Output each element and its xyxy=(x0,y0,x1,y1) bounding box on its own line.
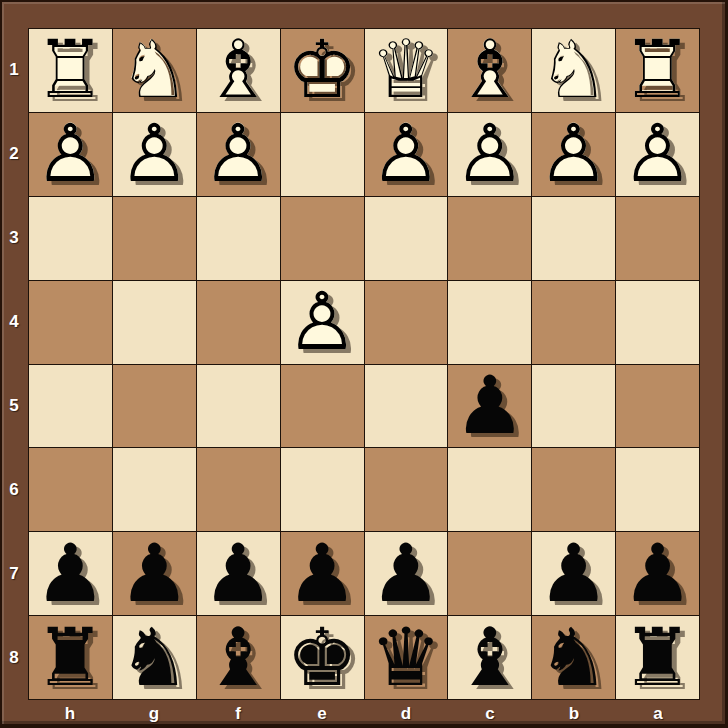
square-e3[interactable] xyxy=(281,197,364,280)
piece-shadow: ♟ xyxy=(453,369,536,452)
piece-white-knight[interactable]: ♞♞♘ xyxy=(113,29,196,112)
piece-white-bishop[interactable]: ♝♝♗ xyxy=(448,29,531,112)
piece-shadow: ♛ xyxy=(370,620,453,703)
square-g8[interactable]: ♞♞ xyxy=(113,616,196,699)
piece-outline: ♙ xyxy=(29,113,112,196)
square-f2[interactable]: ♟♟♙ xyxy=(197,113,280,196)
piece-black-pawn[interactable]: ♟♟ xyxy=(197,532,280,615)
square-a8[interactable]: ♜♜ xyxy=(616,616,699,699)
piece-fill: ♟ xyxy=(197,532,280,615)
piece-shadow: ♝ xyxy=(202,33,285,116)
piece-fill: ♟ xyxy=(532,532,615,615)
piece-outline: ♙ xyxy=(197,113,280,196)
piece-shadow: ♟ xyxy=(202,117,285,200)
piece-fill: ♟ xyxy=(197,113,280,196)
piece-fill: ♟ xyxy=(448,113,531,196)
piece-white-queen[interactable]: ♛♛♕ xyxy=(365,29,448,112)
piece-shadow: ♝ xyxy=(202,620,285,703)
square-c1[interactable]: ♝♝♗ xyxy=(448,29,531,112)
piece-black-bishop[interactable]: ♝♝ xyxy=(197,616,280,699)
piece-fill: ♟ xyxy=(113,532,196,615)
piece-black-queen[interactable]: ♛♛ xyxy=(365,616,448,699)
rank-label-2: 2 xyxy=(0,112,28,196)
piece-shadow: ♟ xyxy=(34,117,117,200)
piece-fill: ♟ xyxy=(532,113,615,196)
piece-fill: ♞ xyxy=(113,616,196,699)
piece-white-rook[interactable]: ♜♜♖ xyxy=(616,29,699,112)
square-b5[interactable] xyxy=(532,365,615,448)
piece-shadow: ♟ xyxy=(537,536,620,619)
piece-outline: ♔ xyxy=(281,29,364,112)
square-g3[interactable] xyxy=(113,197,196,280)
square-f4[interactable] xyxy=(197,281,280,364)
piece-white-pawn[interactable]: ♟♟♙ xyxy=(448,113,531,196)
square-h2[interactable]: ♟♟♙ xyxy=(29,113,112,196)
file-labels: hgfedcba xyxy=(28,700,700,728)
piece-shadow: ♜ xyxy=(34,620,117,703)
file-label-e: e xyxy=(280,700,364,728)
piece-fill: ♚ xyxy=(281,29,364,112)
piece-black-pawn[interactable]: ♟♟ xyxy=(281,532,364,615)
piece-white-pawn[interactable]: ♟♟♙ xyxy=(365,113,448,196)
square-c8[interactable]: ♝♝ xyxy=(448,616,531,699)
piece-shadow: ♝ xyxy=(453,620,536,703)
square-c2[interactable]: ♟♟♙ xyxy=(448,113,531,196)
square-e1[interactable]: ♚♚♔ xyxy=(281,29,364,112)
rank-label-1: 1 xyxy=(0,28,28,112)
square-f8[interactable]: ♝♝ xyxy=(197,616,280,699)
piece-shadow: ♟ xyxy=(537,117,620,200)
square-f6[interactable] xyxy=(197,448,280,531)
piece-black-pawn[interactable]: ♟♟ xyxy=(616,532,699,615)
square-h1[interactable]: ♜♜♖ xyxy=(29,29,112,112)
piece-shadow: ♟ xyxy=(286,536,369,619)
piece-fill: ♞ xyxy=(113,29,196,112)
piece-fill: ♟ xyxy=(113,113,196,196)
square-h4[interactable] xyxy=(29,281,112,364)
square-h7[interactable]: ♟♟ xyxy=(29,532,112,615)
square-d7[interactable]: ♟♟ xyxy=(365,532,448,615)
piece-white-knight[interactable]: ♞♞♘ xyxy=(532,29,615,112)
piece-shadow: ♜ xyxy=(621,33,704,116)
piece-fill: ♝ xyxy=(448,29,531,112)
piece-shadow: ♞ xyxy=(537,620,620,703)
square-a5[interactable] xyxy=(616,365,699,448)
square-g6[interactable] xyxy=(113,448,196,531)
square-d2[interactable]: ♟♟♙ xyxy=(365,113,448,196)
piece-fill: ♝ xyxy=(197,29,280,112)
piece-white-pawn[interactable]: ♟♟♙ xyxy=(29,113,112,196)
square-e4[interactable]: ♟♟♙ xyxy=(281,281,364,364)
piece-outline: ♙ xyxy=(281,281,364,364)
square-f3[interactable] xyxy=(197,197,280,280)
piece-shadow: ♟ xyxy=(370,536,453,619)
square-e2[interactable] xyxy=(281,113,364,196)
piece-white-bishop[interactable]: ♝♝♗ xyxy=(197,29,280,112)
piece-shadow: ♛ xyxy=(370,33,453,116)
piece-black-pawn[interactable]: ♟♟ xyxy=(365,532,448,615)
piece-black-pawn[interactable]: ♟♟ xyxy=(29,532,112,615)
square-a2[interactable]: ♟♟♙ xyxy=(616,113,699,196)
rank-label-3: 3 xyxy=(0,196,28,280)
square-g1[interactable]: ♞♞♘ xyxy=(113,29,196,112)
square-h6[interactable] xyxy=(29,448,112,531)
square-c7[interactable] xyxy=(448,532,531,615)
piece-outline: ♖ xyxy=(616,29,699,112)
square-f5[interactable] xyxy=(197,365,280,448)
rank-label-7: 7 xyxy=(0,532,28,616)
piece-outline: ♗ xyxy=(448,29,531,112)
piece-white-pawn[interactable]: ♟♟♙ xyxy=(113,113,196,196)
piece-shadow: ♟ xyxy=(453,117,536,200)
square-a3[interactable] xyxy=(616,197,699,280)
piece-shadow: ♝ xyxy=(453,33,536,116)
square-b2[interactable]: ♟♟♙ xyxy=(532,113,615,196)
piece-outline: ♙ xyxy=(113,113,196,196)
square-e6[interactable] xyxy=(281,448,364,531)
piece-fill: ♟ xyxy=(365,113,448,196)
square-d6[interactable] xyxy=(365,448,448,531)
square-c3[interactable] xyxy=(448,197,531,280)
square-b8[interactable]: ♞♞ xyxy=(532,616,615,699)
square-g7[interactable]: ♟♟ xyxy=(113,532,196,615)
square-a1[interactable]: ♜♜♖ xyxy=(616,29,699,112)
square-f7[interactable]: ♟♟ xyxy=(197,532,280,615)
piece-outline: ♘ xyxy=(113,29,196,112)
piece-fill: ♟ xyxy=(616,113,699,196)
square-h3[interactable] xyxy=(29,197,112,280)
piece-white-king[interactable]: ♚♚♔ xyxy=(281,29,364,112)
square-c5[interactable]: ♟♟ xyxy=(448,365,531,448)
piece-fill: ♜ xyxy=(616,616,699,699)
piece-outline: ♕ xyxy=(365,29,448,112)
piece-fill: ♟ xyxy=(29,113,112,196)
piece-shadow: ♟ xyxy=(118,536,201,619)
piece-black-king[interactable]: ♚♚ xyxy=(281,616,364,699)
file-label-b: b xyxy=(532,700,616,728)
piece-white-rook[interactable]: ♜♜♖ xyxy=(29,29,112,112)
piece-shadow: ♟ xyxy=(286,285,369,368)
square-b4[interactable] xyxy=(532,281,615,364)
piece-shadow: ♞ xyxy=(118,33,201,116)
piece-fill: ♟ xyxy=(616,532,699,615)
piece-fill: ♛ xyxy=(365,616,448,699)
piece-shadow: ♚ xyxy=(286,33,369,116)
piece-fill: ♝ xyxy=(197,616,280,699)
piece-outline: ♙ xyxy=(616,113,699,196)
file-label-f: f xyxy=(196,700,280,728)
piece-fill: ♚ xyxy=(281,616,364,699)
piece-black-pawn[interactable]: ♟♟ xyxy=(448,365,531,448)
piece-shadow: ♟ xyxy=(621,536,704,619)
rank-label-8: 8 xyxy=(0,616,28,700)
square-d4[interactable] xyxy=(365,281,448,364)
piece-shadow: ♟ xyxy=(202,536,285,619)
piece-black-pawn[interactable]: ♟♟ xyxy=(113,532,196,615)
piece-outline: ♖ xyxy=(29,29,112,112)
piece-black-knight[interactable]: ♞♞ xyxy=(532,616,615,699)
piece-fill: ♝ xyxy=(448,616,531,699)
chess-app: 12345678 hgfedcba ♜♜♖♞♞♘♝♝♗♚♚♔♛♛♕♝♝♗♞♞♘♜… xyxy=(0,0,728,728)
square-a6[interactable] xyxy=(616,448,699,531)
piece-black-pawn[interactable]: ♟♟ xyxy=(532,532,615,615)
piece-outline: ♗ xyxy=(197,29,280,112)
piece-shadow: ♟ xyxy=(34,536,117,619)
square-d3[interactable] xyxy=(365,197,448,280)
piece-outline: ♙ xyxy=(365,113,448,196)
piece-fill: ♟ xyxy=(281,532,364,615)
square-a4[interactable] xyxy=(616,281,699,364)
piece-fill: ♜ xyxy=(29,29,112,112)
chess-board: ♜♜♖♞♞♘♝♝♗♚♚♔♛♛♕♝♝♗♞♞♘♜♜♖♟♟♙♟♟♙♟♟♙♟♟♙♟♟♙♟… xyxy=(28,28,700,700)
file-label-a: a xyxy=(616,700,700,728)
piece-white-pawn[interactable]: ♟♟♙ xyxy=(197,113,280,196)
piece-shadow: ♟ xyxy=(118,117,201,200)
piece-shadow: ♟ xyxy=(621,117,704,200)
piece-shadow: ♜ xyxy=(34,33,117,116)
piece-shadow: ♟ xyxy=(370,117,453,200)
file-label-g: g xyxy=(112,700,196,728)
piece-shadow: ♞ xyxy=(118,620,201,703)
piece-black-rook[interactable]: ♜♜ xyxy=(616,616,699,699)
square-b3[interactable] xyxy=(532,197,615,280)
piece-fill: ♜ xyxy=(29,616,112,699)
square-a7[interactable]: ♟♟ xyxy=(616,532,699,615)
square-c4[interactable] xyxy=(448,281,531,364)
file-label-h: h xyxy=(28,700,112,728)
piece-black-rook[interactable]: ♜♜ xyxy=(29,616,112,699)
piece-fill: ♟ xyxy=(29,532,112,615)
square-e8[interactable]: ♚♚ xyxy=(281,616,364,699)
piece-fill: ♞ xyxy=(532,29,615,112)
piece-fill: ♟ xyxy=(281,281,364,364)
piece-black-knight[interactable]: ♞♞ xyxy=(113,616,196,699)
piece-fill: ♛ xyxy=(365,29,448,112)
piece-black-bishop[interactable]: ♝♝ xyxy=(448,616,531,699)
piece-shadow: ♜ xyxy=(621,620,704,703)
square-b1[interactable]: ♞♞♘ xyxy=(532,29,615,112)
piece-white-pawn[interactable]: ♟♟♙ xyxy=(532,113,615,196)
square-h8[interactable]: ♜♜ xyxy=(29,616,112,699)
piece-fill: ♞ xyxy=(532,616,615,699)
piece-fill: ♟ xyxy=(448,365,531,448)
square-e7[interactable]: ♟♟ xyxy=(281,532,364,615)
piece-outline: ♘ xyxy=(532,29,615,112)
piece-fill: ♟ xyxy=(365,532,448,615)
rank-label-6: 6 xyxy=(0,448,28,532)
square-g2[interactable]: ♟♟♙ xyxy=(113,113,196,196)
rank-labels: 12345678 xyxy=(0,28,28,700)
square-e5[interactable] xyxy=(281,365,364,448)
piece-shadow: ♚ xyxy=(286,620,369,703)
square-b6[interactable] xyxy=(532,448,615,531)
file-label-d: d xyxy=(364,700,448,728)
square-d1[interactable]: ♛♛♕ xyxy=(365,29,448,112)
square-d8[interactable]: ♛♛ xyxy=(365,616,448,699)
piece-fill: ♜ xyxy=(616,29,699,112)
file-label-c: c xyxy=(448,700,532,728)
square-g5[interactable] xyxy=(113,365,196,448)
piece-outline: ♙ xyxy=(448,113,531,196)
piece-outline: ♙ xyxy=(532,113,615,196)
square-c6[interactable] xyxy=(448,448,531,531)
square-g4[interactable] xyxy=(113,281,196,364)
square-b7[interactable]: ♟♟ xyxy=(532,532,615,615)
square-h5[interactable] xyxy=(29,365,112,448)
piece-white-pawn[interactable]: ♟♟♙ xyxy=(281,281,364,364)
square-f1[interactable]: ♝♝♗ xyxy=(197,29,280,112)
rank-label-4: 4 xyxy=(0,280,28,364)
square-d5[interactable] xyxy=(365,365,448,448)
piece-white-pawn[interactable]: ♟♟♙ xyxy=(616,113,699,196)
rank-label-5: 5 xyxy=(0,364,28,448)
piece-shadow: ♞ xyxy=(537,33,620,116)
